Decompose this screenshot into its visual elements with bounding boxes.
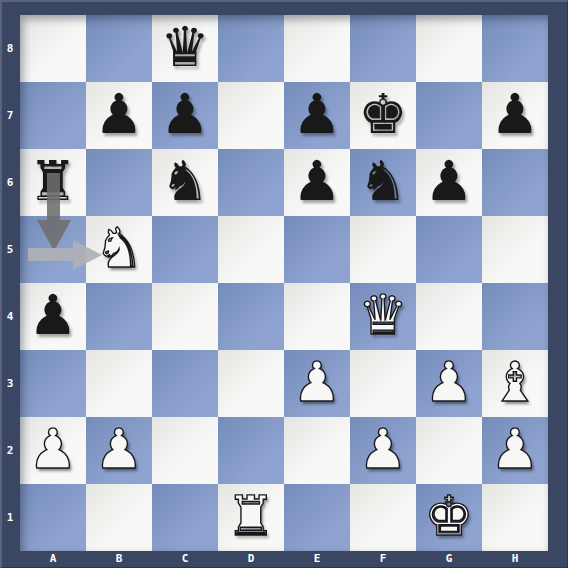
white-knight-b5[interactable]: ♞ <box>94 221 143 279</box>
square-h8[interactable] <box>482 15 548 82</box>
square-d2[interactable] <box>218 417 284 484</box>
white-pawn-h2[interactable]: ♟ <box>490 422 539 480</box>
file-label-c: C <box>152 550 218 567</box>
square-g3[interactable]: ♟ <box>416 350 482 417</box>
file-label-f: F <box>350 550 416 567</box>
rank-label-3: 3 <box>0 350 20 417</box>
black-rook-a6[interactable]: ♜ <box>28 154 77 212</box>
rank-label-4: 4 <box>0 283 20 350</box>
square-h5[interactable] <box>482 216 548 283</box>
square-b8[interactable] <box>86 15 152 82</box>
black-knight-f6[interactable]: ♞ <box>358 154 407 212</box>
square-a8[interactable] <box>20 15 86 82</box>
square-d8[interactable] <box>218 15 284 82</box>
square-g2[interactable] <box>416 417 482 484</box>
square-c3[interactable] <box>152 350 218 417</box>
rank-label-1: 1 <box>0 484 20 551</box>
black-pawn-g6[interactable]: ♟ <box>424 154 473 212</box>
square-c5[interactable] <box>152 216 218 283</box>
white-pawn-a2[interactable]: ♟ <box>28 422 77 480</box>
white-king-g1[interactable]: ♚ <box>424 489 473 547</box>
square-b4[interactable] <box>86 283 152 350</box>
white-pawn-g3[interactable]: ♟ <box>424 355 473 413</box>
rank-label-7: 7 <box>0 82 20 149</box>
black-pawn-c7[interactable]: ♟ <box>160 87 209 145</box>
square-c8[interactable]: ♛ <box>152 15 218 82</box>
file-label-a: A <box>20 550 86 567</box>
black-knight-c6[interactable]: ♞ <box>160 154 209 212</box>
square-b2[interactable]: ♟ <box>86 417 152 484</box>
rank-label-8: 8 <box>0 15 20 82</box>
square-h3[interactable]: ♝ <box>482 350 548 417</box>
square-h4[interactable] <box>482 283 548 350</box>
file-label-e: E <box>284 550 350 567</box>
white-queen-f4[interactable]: ♛ <box>358 288 407 346</box>
square-f2[interactable]: ♟ <box>350 417 416 484</box>
square-d1[interactable]: ♜ <box>218 484 284 551</box>
square-g1[interactable]: ♚ <box>416 484 482 551</box>
square-a7[interactable] <box>20 82 86 149</box>
square-f5[interactable] <box>350 216 416 283</box>
square-c7[interactable]: ♟ <box>152 82 218 149</box>
square-a3[interactable] <box>20 350 86 417</box>
square-e3[interactable]: ♟ <box>284 350 350 417</box>
square-h6[interactable] <box>482 149 548 216</box>
square-a1[interactable] <box>20 484 86 551</box>
square-c4[interactable] <box>152 283 218 350</box>
square-f8[interactable] <box>350 15 416 82</box>
black-pawn-e7[interactable]: ♟ <box>292 87 341 145</box>
square-d4[interactable] <box>218 283 284 350</box>
chess-board: ♛♟♟♟♚♟♜♞♟♞♟♞♟♛♟♟♝♟♟♟♟♜♚ <box>20 15 548 551</box>
square-a2[interactable]: ♟ <box>20 417 86 484</box>
black-pawn-b7[interactable]: ♟ <box>94 87 143 145</box>
square-f4[interactable]: ♛ <box>350 283 416 350</box>
square-b1[interactable] <box>86 484 152 551</box>
square-e2[interactable] <box>284 417 350 484</box>
square-h1[interactable] <box>482 484 548 551</box>
square-e1[interactable] <box>284 484 350 551</box>
square-e7[interactable]: ♟ <box>284 82 350 149</box>
square-f6[interactable]: ♞ <box>350 149 416 216</box>
black-queen-c8[interactable]: ♛ <box>160 20 209 78</box>
square-f1[interactable] <box>350 484 416 551</box>
chess-board-frame: ♛♟♟♟♚♟♜♞♟♞♟♞♟♛♟♟♝♟♟♟♟♜♚ 87654321 ABCDEFG… <box>0 0 568 568</box>
file-label-d: D <box>218 550 284 567</box>
square-e5[interactable] <box>284 216 350 283</box>
black-pawn-h7[interactable]: ♟ <box>490 87 539 145</box>
white-pawn-e3[interactable]: ♟ <box>292 355 341 413</box>
square-h2[interactable]: ♟ <box>482 417 548 484</box>
file-label-h: H <box>482 550 548 567</box>
rank-label-5: 5 <box>0 216 20 283</box>
square-b3[interactable] <box>86 350 152 417</box>
square-g6[interactable]: ♟ <box>416 149 482 216</box>
square-c1[interactable] <box>152 484 218 551</box>
square-g7[interactable] <box>416 82 482 149</box>
square-a6[interactable]: ♜ <box>20 149 86 216</box>
black-king-f7[interactable]: ♚ <box>358 87 407 145</box>
square-h7[interactable]: ♟ <box>482 82 548 149</box>
square-b7[interactable]: ♟ <box>86 82 152 149</box>
file-label-g: G <box>416 550 482 567</box>
black-pawn-e6[interactable]: ♟ <box>292 154 341 212</box>
square-a5[interactable] <box>20 216 86 283</box>
square-b6[interactable] <box>86 149 152 216</box>
square-e6[interactable]: ♟ <box>284 149 350 216</box>
rank-label-2: 2 <box>0 417 20 484</box>
white-bishop-h3[interactable]: ♝ <box>490 355 539 413</box>
square-g4[interactable] <box>416 283 482 350</box>
rank-label-6: 6 <box>0 149 20 216</box>
white-pawn-b2[interactable]: ♟ <box>94 422 143 480</box>
file-label-b: B <box>86 550 152 567</box>
square-g8[interactable] <box>416 15 482 82</box>
square-d6[interactable] <box>218 149 284 216</box>
square-d7[interactable] <box>218 82 284 149</box>
square-d3[interactable] <box>218 350 284 417</box>
square-c6[interactable]: ♞ <box>152 149 218 216</box>
white-rook-d1[interactable]: ♜ <box>226 489 275 547</box>
white-pawn-f2[interactable]: ♟ <box>358 422 407 480</box>
square-e8[interactable] <box>284 15 350 82</box>
square-e4[interactable] <box>284 283 350 350</box>
black-pawn-a4[interactable]: ♟ <box>28 288 77 346</box>
square-d5[interactable] <box>218 216 284 283</box>
square-g5[interactable] <box>416 216 482 283</box>
square-a4[interactable]: ♟ <box>20 283 86 350</box>
square-c2[interactable] <box>152 417 218 484</box>
square-f3[interactable] <box>350 350 416 417</box>
square-f7[interactable]: ♚ <box>350 82 416 149</box>
square-b5[interactable]: ♞ <box>86 216 152 283</box>
